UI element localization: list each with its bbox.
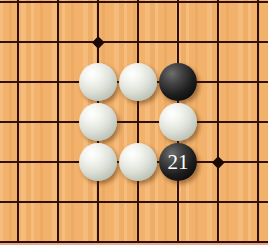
hoshi-star-point: [92, 36, 104, 48]
stone-white[interactable]: [159, 103, 197, 141]
stone-white[interactable]: [119, 63, 157, 101]
grid-line-h: [0, 121, 268, 123]
stone-white[interactable]: [119, 143, 157, 181]
go-board[interactable]: 21: [0, 0, 268, 245]
grid-line-h: [0, 41, 268, 43]
grid-line-v: [217, 0, 219, 245]
stone-white[interactable]: [79, 63, 117, 101]
stone-white[interactable]: [79, 103, 117, 141]
grid-line-v: [17, 0, 19, 245]
grid-line-v: [137, 0, 139, 245]
hoshi-star-point: [212, 156, 224, 168]
stone-white[interactable]: [79, 143, 117, 181]
move-number-label: 21: [168, 151, 189, 173]
grid-line-h: [0, 201, 268, 203]
grid-line-h: [0, 1, 268, 3]
stone-black[interactable]: 21: [159, 143, 197, 181]
grid-line-v: [257, 0, 259, 245]
grid-line-v: [57, 0, 59, 245]
stone-black[interactable]: [159, 63, 197, 101]
